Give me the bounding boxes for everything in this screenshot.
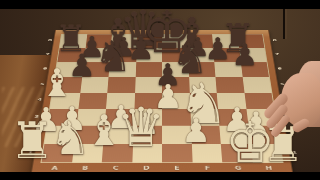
rank-label-1: 1 [289,150,300,154]
file-label-b: B [70,166,100,171]
rank-label-4: 4 [280,98,290,102]
square-g6[interactable] [214,62,242,77]
rank-label-3: 3 [32,115,42,119]
letterbox-bottom [0,172,320,180]
square-b7[interactable] [84,48,111,62]
wall-door-edge [283,9,285,39]
square-g7[interactable] [213,48,240,62]
square-b6[interactable] [82,62,110,77]
square-c4[interactable] [106,93,135,109]
square-c5[interactable] [107,77,135,93]
square-e3[interactable] [162,109,191,126]
square-b5[interactable] [80,77,109,93]
square-f5[interactable] [189,77,217,93]
square-f2[interactable] [191,126,221,144]
square-e8[interactable] [162,34,188,48]
square-h2[interactable] [248,126,279,144]
file-label-f: F [193,166,223,171]
video-frame: ABCDEFGH 12345678 12345678 ♝♛♝♜♜♚♟♟♟♟♟♟♞… [0,0,320,180]
square-d4[interactable] [134,93,162,109]
rank-label-8: 8 [46,39,55,42]
rank-label-5: 5 [38,82,47,86]
rank-label-3: 3 [283,115,293,119]
rank-label-6: 6 [40,67,49,70]
file-label-e: E [162,166,192,171]
square-a4[interactable] [50,93,80,109]
file-label-h: H [254,166,285,171]
file-label-a: A [39,166,70,171]
rank-label-7: 7 [273,53,282,56]
square-h8[interactable] [237,34,264,48]
square-c8[interactable] [111,34,137,48]
square-e5[interactable] [162,77,189,93]
square-c3[interactable] [105,109,134,126]
square-e2[interactable] [162,126,191,144]
rank-label-6: 6 [275,67,284,70]
square-d6[interactable] [135,62,162,77]
square-d3[interactable] [133,109,162,126]
scene: ABCDEFGH 12345678 12345678 ♝♛♝♜♜♚♟♟♟♟♟♟♞… [0,9,320,172]
square-g2[interactable] [219,126,250,144]
square-c7[interactable] [110,48,137,62]
square-e7[interactable] [162,48,188,62]
square-d5[interactable] [135,77,162,93]
chess-board: ABCDEFGH 12345678 12345678 [32,30,292,172]
rank-label-8: 8 [270,39,279,42]
square-e4[interactable] [162,93,190,109]
square-b8[interactable] [85,34,112,48]
square-g4[interactable] [217,93,246,109]
square-f1[interactable] [191,144,222,163]
rank-label-2: 2 [29,132,39,136]
square-f3[interactable] [190,109,219,126]
square-c2[interactable] [103,126,133,144]
square-b1[interactable] [72,144,104,163]
square-e6[interactable] [162,62,189,77]
square-b2[interactable] [74,126,105,144]
square-d8[interactable] [136,34,162,48]
square-b4[interactable] [78,93,107,109]
square-f6[interactable] [188,62,215,77]
forearm [296,61,320,127]
square-a1[interactable] [42,144,74,163]
rank-label-5: 5 [278,82,287,86]
square-a5[interactable] [53,77,82,93]
file-label-d: D [131,166,161,171]
rank-label-7: 7 [43,53,52,56]
square-b3[interactable] [76,109,106,126]
square-a8[interactable] [60,34,87,48]
square-a3[interactable] [47,109,78,126]
rank-label-1: 1 [25,150,36,154]
square-a2[interactable] [44,126,75,144]
square-g8[interactable] [212,34,239,48]
square-e1[interactable] [162,144,192,163]
square-d2[interactable] [133,126,162,144]
square-d1[interactable] [132,144,162,163]
square-c1[interactable] [102,144,133,163]
file-label-g: G [223,166,253,171]
square-f7[interactable] [188,48,215,62]
square-h7[interactable] [239,48,267,62]
board-grid [40,34,283,163]
square-a7[interactable] [57,48,85,62]
file-label-c: C [101,166,131,171]
square-d7[interactable] [136,48,162,62]
square-h1[interactable] [250,144,282,163]
square-g5[interactable] [215,77,244,93]
square-h5[interactable] [242,77,271,93]
square-f4[interactable] [189,93,218,109]
square-c6[interactable] [109,62,136,77]
square-h3[interactable] [246,109,277,126]
square-f8[interactable] [187,34,213,48]
square-h4[interactable] [244,93,274,109]
letterbox-top [0,0,320,9]
square-h6[interactable] [240,62,268,77]
square-g3[interactable] [218,109,248,126]
square-g1[interactable] [221,144,253,163]
square-a6[interactable] [55,62,83,77]
rank-label-4: 4 [35,98,45,102]
rank-label-2: 2 [286,132,296,136]
